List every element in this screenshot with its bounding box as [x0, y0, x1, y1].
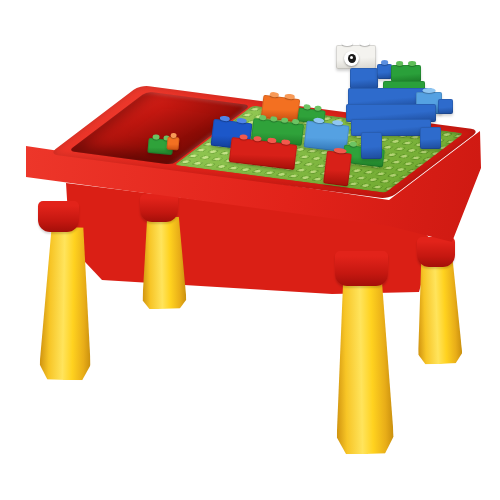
- brick-stud: [396, 61, 404, 66]
- brick-stud: [409, 61, 417, 66]
- block-dinosaur: [0, 0, 500, 500]
- brick-stud: [381, 60, 389, 65]
- brick-stud: [423, 88, 436, 93]
- dino-spine-top: [391, 65, 421, 82]
- dino-neck-nub: [377, 64, 392, 79]
- dino-leg-back: [420, 127, 441, 149]
- dino-leg-front: [361, 132, 382, 159]
- brick-stud: [359, 41, 369, 46]
- dino-neck: [350, 68, 378, 89]
- product-photo-scene: [0, 0, 500, 500]
- dino-eye-glint: [350, 56, 353, 59]
- dino-tail-tip: [438, 99, 453, 114]
- brick-stud: [342, 41, 352, 46]
